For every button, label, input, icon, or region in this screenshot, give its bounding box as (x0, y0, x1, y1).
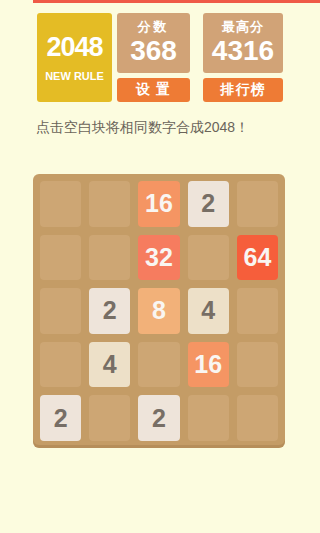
tile-2[interactable]: 2 (40, 395, 81, 441)
empty-cell[interactable] (138, 342, 179, 388)
tile-2[interactable]: 2 (89, 288, 130, 334)
settings-button[interactable]: 设 置 (117, 78, 190, 102)
tile-2[interactable]: 2 (138, 395, 179, 441)
empty-cell[interactable] (188, 395, 229, 441)
empty-cell[interactable] (188, 235, 229, 281)
logo-badge[interactable]: 2048 NEW RULE (37, 13, 112, 102)
tile-16[interactable]: 16 (138, 181, 179, 227)
score-label: 分数 (117, 20, 190, 33)
tile-4[interactable]: 4 (188, 288, 229, 334)
empty-cell[interactable] (89, 235, 130, 281)
empty-cell[interactable] (89, 181, 130, 227)
logo-title: 2048 (46, 34, 102, 61)
game-board[interactable]: 162326428441622 (33, 174, 285, 448)
tile-8[interactable]: 8 (138, 288, 179, 334)
leaderboard-button[interactable]: 排行榜 (203, 78, 283, 102)
best-score-label: 最高分 (203, 20, 283, 33)
tile-16[interactable]: 16 (188, 342, 229, 388)
empty-cell[interactable] (40, 288, 81, 334)
empty-cell[interactable] (89, 395, 130, 441)
empty-cell[interactable] (237, 181, 278, 227)
best-score-box: 最高分 4316 (203, 13, 283, 73)
tile-2[interactable]: 2 (188, 181, 229, 227)
empty-cell[interactable] (237, 288, 278, 334)
empty-cell[interactable] (40, 342, 81, 388)
app-screen: 2048 NEW RULE 分数 368 最高分 4316 设 置 排行榜 点击… (0, 0, 320, 533)
best-score-value: 4316 (203, 37, 283, 65)
empty-cell[interactable] (237, 342, 278, 388)
instruction-text: 点击空白块将相同数字合成2048！ (36, 117, 249, 137)
empty-cell[interactable] (237, 395, 278, 441)
tile-4[interactable]: 4 (89, 342, 130, 388)
score-value: 368 (117, 37, 190, 65)
tile-32[interactable]: 32 (138, 235, 179, 281)
tile-64[interactable]: 64 (237, 235, 278, 281)
logo-subtitle: NEW RULE (45, 70, 104, 82)
empty-cell[interactable] (40, 235, 81, 281)
top-accent-bar (33, 0, 320, 3)
score-box: 分数 368 (117, 13, 190, 73)
empty-cell[interactable] (40, 181, 81, 227)
